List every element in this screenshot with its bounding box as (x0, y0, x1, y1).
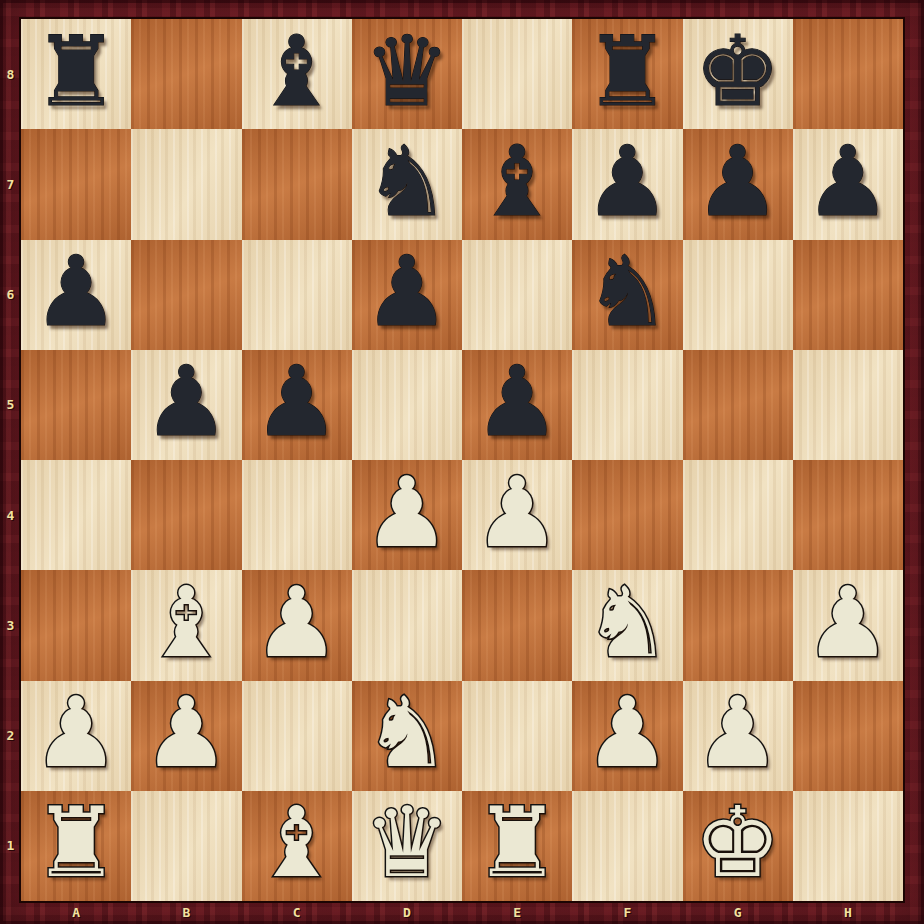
white-pawn[interactable]: ♟ (143, 684, 230, 781)
square-f5[interactable] (572, 350, 682, 460)
file-label-e: E (462, 901, 572, 924)
square-g8[interactable]: ♚ (683, 19, 793, 129)
square-c5[interactable]: ♟ (242, 350, 352, 460)
rank-label-3: 3 (0, 570, 21, 680)
square-a3[interactable] (21, 570, 131, 680)
black-pawn[interactable]: ♟ (584, 133, 671, 230)
square-e4[interactable]: ♟ (462, 460, 572, 570)
white-pawn[interactable]: ♟ (363, 464, 450, 561)
square-d3[interactable] (352, 570, 462, 680)
square-g1[interactable]: ♚ (683, 791, 793, 901)
square-e5[interactable]: ♟ (462, 350, 572, 460)
square-g7[interactable]: ♟ (683, 129, 793, 239)
square-g2[interactable]: ♟ (683, 681, 793, 791)
square-f7[interactable]: ♟ (572, 129, 682, 239)
file-label-f: F (572, 901, 682, 924)
square-d7[interactable]: ♞ (352, 129, 462, 239)
square-e3[interactable] (462, 570, 572, 680)
rank-label-7: 7 (0, 129, 21, 239)
square-f3[interactable]: ♞ (572, 570, 682, 680)
square-b3[interactable]: ♝ (131, 570, 241, 680)
black-pawn[interactable]: ♟ (804, 133, 891, 230)
square-e7[interactable]: ♝ (462, 129, 572, 239)
white-knight[interactable]: ♞ (363, 684, 450, 781)
square-c3[interactable]: ♟ (242, 570, 352, 680)
rank-label-4: 4 (0, 460, 21, 570)
square-e6[interactable] (462, 240, 572, 350)
white-king[interactable]: ♚ (694, 794, 781, 891)
file-label-g: G (683, 901, 793, 924)
file-label-a: A (21, 901, 131, 924)
square-h4[interactable] (793, 460, 903, 570)
black-bishop[interactable]: ♝ (253, 23, 340, 120)
board-frame: 87654321 ABCDEFGH ♜♝♛♜♚♞♝♟♟♟♟♟♞♟♟♟♟♟♝♟♞♟… (0, 0, 924, 924)
square-h6[interactable] (793, 240, 903, 350)
square-b2[interactable]: ♟ (131, 681, 241, 791)
square-b1[interactable] (131, 791, 241, 901)
black-knight[interactable]: ♞ (584, 243, 671, 340)
square-g5[interactable] (683, 350, 793, 460)
square-h1[interactable] (793, 791, 903, 901)
square-h5[interactable] (793, 350, 903, 460)
square-g3[interactable] (683, 570, 793, 680)
square-h8[interactable] (793, 19, 903, 129)
rank-label-1: 1 (0, 791, 21, 901)
black-king[interactable]: ♚ (694, 23, 781, 120)
rank-label-5: 5 (0, 350, 21, 460)
square-e2[interactable] (462, 681, 572, 791)
rank-label-6: 6 (0, 240, 21, 350)
black-queen[interactable]: ♛ (363, 23, 450, 120)
square-b8[interactable] (131, 19, 241, 129)
square-h7[interactable]: ♟ (793, 129, 903, 239)
square-a6[interactable]: ♟ (21, 240, 131, 350)
white-pawn[interactable]: ♟ (33, 684, 120, 781)
square-a8[interactable]: ♜ (21, 19, 131, 129)
black-bishop[interactable]: ♝ (474, 133, 561, 230)
white-pawn[interactable]: ♟ (253, 574, 340, 671)
file-labels: ABCDEFGH (21, 901, 903, 924)
square-h2[interactable] (793, 681, 903, 791)
black-pawn[interactable]: ♟ (253, 353, 340, 450)
square-e1[interactable]: ♜ (462, 791, 572, 901)
white-rook[interactable]: ♜ (33, 794, 120, 891)
black-pawn[interactable]: ♟ (363, 243, 450, 340)
white-bishop[interactable]: ♝ (253, 794, 340, 891)
file-label-h: H (793, 901, 903, 924)
square-c6[interactable] (242, 240, 352, 350)
white-pawn[interactable]: ♟ (474, 464, 561, 561)
black-pawn[interactable]: ♟ (33, 243, 120, 340)
square-c7[interactable] (242, 129, 352, 239)
square-b6[interactable] (131, 240, 241, 350)
chess-board[interactable]: ♜♝♛♜♚♞♝♟♟♟♟♟♞♟♟♟♟♟♝♟♞♟♟♟♞♟♟♜♝♛♜♚ (21, 19, 903, 901)
square-d6[interactable]: ♟ (352, 240, 462, 350)
black-pawn[interactable]: ♟ (474, 353, 561, 450)
white-pawn[interactable]: ♟ (694, 684, 781, 781)
white-queen[interactable]: ♛ (363, 794, 450, 891)
white-pawn[interactable]: ♟ (584, 684, 671, 781)
black-rook[interactable]: ♜ (33, 23, 120, 120)
square-a5[interactable] (21, 350, 131, 460)
square-f2[interactable]: ♟ (572, 681, 682, 791)
square-h3[interactable]: ♟ (793, 570, 903, 680)
file-label-b: B (131, 901, 241, 924)
black-rook[interactable]: ♜ (584, 23, 671, 120)
square-a7[interactable] (21, 129, 131, 239)
square-f1[interactable] (572, 791, 682, 901)
square-c4[interactable] (242, 460, 352, 570)
square-d1[interactable]: ♛ (352, 791, 462, 901)
white-knight[interactable]: ♞ (584, 574, 671, 671)
square-c1[interactable]: ♝ (242, 791, 352, 901)
white-pawn[interactable]: ♟ (804, 574, 891, 671)
black-pawn[interactable]: ♟ (694, 133, 781, 230)
square-g4[interactable] (683, 460, 793, 570)
rank-label-8: 8 (0, 19, 21, 129)
black-pawn[interactable]: ♟ (143, 353, 230, 450)
square-e8[interactable] (462, 19, 572, 129)
rank-label-2: 2 (0, 681, 21, 791)
square-d2[interactable]: ♞ (352, 681, 462, 791)
file-label-d: D (352, 901, 462, 924)
square-b4[interactable] (131, 460, 241, 570)
square-g6[interactable] (683, 240, 793, 350)
square-a1[interactable]: ♜ (21, 791, 131, 901)
rank-labels: 87654321 (0, 19, 21, 901)
white-rook[interactable]: ♜ (474, 794, 561, 891)
square-f8[interactable]: ♜ (572, 19, 682, 129)
square-f4[interactable] (572, 460, 682, 570)
square-a2[interactable]: ♟ (21, 681, 131, 791)
square-f6[interactable]: ♞ (572, 240, 682, 350)
square-b5[interactable]: ♟ (131, 350, 241, 460)
file-label-c: C (242, 901, 352, 924)
square-d8[interactable]: ♛ (352, 19, 462, 129)
square-a4[interactable] (21, 460, 131, 570)
black-knight[interactable]: ♞ (363, 133, 450, 230)
square-d4[interactable]: ♟ (352, 460, 462, 570)
square-c2[interactable] (242, 681, 352, 791)
square-b7[interactable] (131, 129, 241, 239)
square-c8[interactable]: ♝ (242, 19, 352, 129)
white-bishop[interactable]: ♝ (143, 574, 230, 671)
square-d5[interactable] (352, 350, 462, 460)
